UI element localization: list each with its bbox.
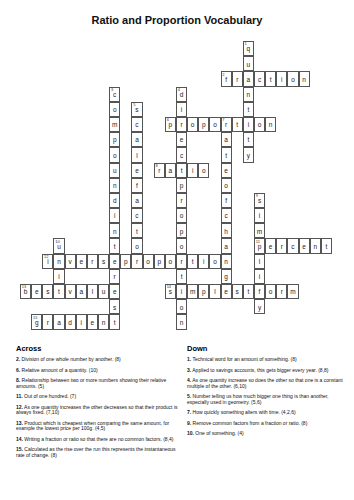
- cell-letter: r: [136, 259, 138, 266]
- grid-cell[interactable]: r: [176, 254, 187, 269]
- grid-cell[interactable]: t: [176, 163, 187, 178]
- clue-num: 10.: [187, 430, 194, 436]
- grid-cell[interactable]: d: [65, 314, 76, 329]
- grid-cell[interactable]: n: [98, 314, 109, 329]
- grid-cell[interactable]: i: [53, 269, 64, 284]
- cell-letter: o: [291, 77, 295, 84]
- grid-cell[interactable]: a: [221, 132, 232, 147]
- grid-cell[interactable]: i: [254, 269, 265, 284]
- grid-cell[interactable]: t: [176, 269, 187, 284]
- cell-letter: i: [259, 213, 260, 220]
- grid-cell[interactable]: 2f: [221, 71, 232, 86]
- cell-letter: d: [68, 320, 72, 327]
- grid-cell[interactable]: a: [221, 238, 232, 253]
- grid-cell[interactable]: r: [176, 193, 187, 208]
- cell-letter: s: [236, 289, 239, 296]
- cell-letter: i: [192, 168, 193, 175]
- grid-cell[interactable]: p: [176, 223, 187, 238]
- grid-cell[interactable]: 13b: [20, 284, 31, 299]
- clue-number-label: 4: [178, 88, 180, 92]
- grid-cell[interactable]: o: [176, 238, 187, 253]
- grid-cell[interactable]: o: [198, 163, 209, 178]
- cell-letter: o: [202, 168, 206, 175]
- clue-number-label: 13: [22, 285, 26, 289]
- grid-cell[interactable]: 9s: [254, 193, 265, 208]
- grid-cell[interactable]: p: [109, 132, 120, 147]
- grid-cell[interactable]: c: [176, 147, 187, 162]
- grid-cell[interactable]: l: [131, 147, 142, 162]
- clue-number-label: 8: [155, 164, 157, 168]
- cell-letter: o: [258, 122, 262, 129]
- grid-cell[interactable]: m: [109, 117, 120, 132]
- grid-cell[interactable]: o: [187, 117, 198, 132]
- cell-letter: e: [269, 244, 273, 251]
- clue-num: 9.: [187, 420, 191, 426]
- cell-letter: n: [180, 320, 184, 327]
- cell-letter: l: [92, 289, 93, 296]
- cell-letter: m: [290, 289, 295, 296]
- grid-cell[interactable]: r: [276, 238, 287, 253]
- cell-letter: u: [247, 62, 251, 69]
- clue-number-label: 7: [222, 118, 224, 122]
- cell-letter: t: [225, 153, 227, 160]
- grid-cell[interactable]: p: [120, 254, 131, 269]
- grid-cell[interactable]: 4d: [176, 87, 187, 102]
- page: { "game": "crossword", "title": "Ratio a…: [0, 0, 354, 500]
- grid-cell[interactable]: a: [76, 284, 87, 299]
- cell-letter: o: [113, 107, 117, 114]
- cell-letter: m: [112, 122, 117, 129]
- grid-cell[interactable]: o: [254, 117, 265, 132]
- cell-letter: c: [113, 92, 116, 99]
- across-header: Across: [16, 344, 178, 353]
- cell-letter: e: [135, 168, 139, 175]
- cell-letter: e: [79, 259, 83, 266]
- cell-letter: i: [259, 274, 260, 281]
- grid-cell[interactable]: v: [65, 284, 76, 299]
- cell-letter: o: [135, 244, 139, 251]
- cell-letter: u: [113, 168, 117, 175]
- across-clues: Across 2. Division of one whole number b…: [16, 344, 178, 463]
- grid-cell[interactable]: e: [221, 163, 232, 178]
- cell-letter: t: [192, 259, 194, 266]
- cell-letter: a: [135, 198, 139, 205]
- cell-letter: n: [57, 259, 61, 266]
- cell-letter: a: [224, 137, 228, 144]
- cell-letter: s: [135, 107, 138, 114]
- grid-cell[interactable]: p: [198, 284, 209, 299]
- cell-letter: r: [236, 77, 238, 84]
- cell-letter: v: [69, 289, 72, 296]
- grid-cell[interactable]: i: [276, 71, 287, 86]
- grid-cell[interactable]: c: [287, 238, 298, 253]
- cell-letter: i: [281, 77, 282, 84]
- grid-cell[interactable]: 5s: [131, 102, 142, 117]
- grid-cell[interactable]: 8r: [154, 163, 165, 178]
- clue-num: 2.: [16, 356, 20, 362]
- cell-letter: e: [302, 244, 306, 251]
- cell-letter: o: [213, 122, 217, 129]
- cell-letter: r: [180, 198, 182, 205]
- grid-cell[interactable]: t: [221, 147, 232, 162]
- grid-cell[interactable]: o: [109, 147, 120, 162]
- cell-letter: u: [57, 244, 61, 251]
- grid-cell[interactable]: f: [131, 178, 142, 193]
- grid-cell[interactable]: o: [176, 208, 187, 223]
- grid-cell[interactable]: n: [109, 178, 120, 193]
- grid-cell[interactable]: f: [254, 284, 265, 299]
- clue-number-label: 1: [245, 42, 247, 46]
- cell-letter: c: [258, 77, 261, 84]
- grid-cell[interactable]: n: [265, 117, 276, 132]
- grid-cell[interactable]: t: [131, 223, 142, 238]
- across-clue-list: 2. Division of one whole number by anoth…: [16, 357, 178, 458]
- grid-cell[interactable]: n: [176, 314, 187, 329]
- grid-cell[interactable]: o: [221, 178, 232, 193]
- grid-cell[interactable]: 1q: [243, 41, 254, 56]
- grid-cell[interactable]: s: [232, 284, 243, 299]
- clue-10: 10. One of something. (4): [187, 431, 347, 436]
- grid-cell[interactable]: o: [209, 117, 220, 132]
- grid-cell[interactable]: n: [53, 254, 64, 269]
- puzzle-title: Ratio and Proportion Vocabulary: [0, 14, 354, 26]
- cell-letter: r: [225, 122, 227, 129]
- cell-letter: p: [202, 122, 206, 129]
- grid-cell[interactable]: 6p: [165, 117, 176, 132]
- cell-letter: n: [113, 229, 117, 236]
- clue-13: 13. Product which is cheapest when compa…: [16, 421, 178, 432]
- grid-cell[interactable]: r: [42, 314, 53, 329]
- grid-cell[interactable]: 3c: [109, 87, 120, 102]
- grid-cell[interactable]: v: [65, 254, 76, 269]
- grid-cell[interactable]: a: [53, 314, 64, 329]
- clue-7: 7. How quickly something alters with tim…: [187, 410, 347, 415]
- cell-letter: r: [281, 244, 283, 251]
- cell-letter: s: [46, 289, 49, 296]
- grid-cell[interactable]: a: [165, 163, 176, 178]
- cell-letter: m: [190, 289, 195, 296]
- cell-letter: i: [203, 259, 204, 266]
- grid-cell[interactable]: y: [243, 147, 254, 162]
- cell-letter: i: [81, 320, 82, 327]
- cell-letter: l: [136, 153, 137, 160]
- grid-cell[interactable]: n: [221, 254, 232, 269]
- clue-number-label: 15: [33, 316, 37, 320]
- clue-3: 3. Applied to savings accounts, this get…: [187, 368, 347, 373]
- cell-letter: m: [257, 229, 262, 236]
- cell-letter: t: [247, 107, 249, 114]
- cell-letter: a: [57, 320, 61, 327]
- clue-15: 15. Calculated as the rise over the run …: [16, 447, 178, 458]
- grid-cell[interactable]: l: [209, 284, 220, 299]
- grid-cell[interactable]: n: [299, 71, 310, 86]
- grid-cell[interactable]: i: [76, 314, 87, 329]
- cell-letter: p: [202, 289, 206, 296]
- cell-letter: e: [113, 259, 117, 266]
- cell-letter: g: [35, 320, 39, 327]
- clue-6: 6. Relative amount of a quantity. (10): [16, 368, 178, 373]
- grid-cell[interactable]: t: [109, 238, 120, 253]
- grid-cell[interactable]: g: [221, 269, 232, 284]
- clue-num: 5.: [187, 393, 191, 399]
- grid-cell[interactable]: t: [243, 284, 254, 299]
- down-header: Down: [187, 344, 347, 353]
- grid-cell[interactable]: i: [198, 254, 209, 269]
- cell-letter: v: [69, 259, 72, 266]
- cell-letter: y: [247, 153, 250, 160]
- cell-letter: r: [281, 289, 283, 296]
- grid-cell[interactable]: l: [254, 254, 265, 269]
- grid-cell[interactable]: o: [265, 284, 276, 299]
- cell-letter: r: [158, 168, 160, 175]
- cell-letter: t: [247, 137, 249, 144]
- cell-letter: o: [180, 244, 184, 251]
- cell-letter: o: [146, 259, 150, 266]
- grid-cell[interactable]: t: [187, 254, 198, 269]
- grid-cell[interactable]: y: [254, 299, 265, 314]
- grid-cell[interactable]: o: [109, 102, 120, 117]
- clue-number-label: 12: [44, 255, 48, 259]
- grid-cell[interactable]: r: [87, 254, 98, 269]
- cell-letter: t: [181, 168, 183, 175]
- cell-letter: p: [157, 259, 161, 266]
- grid-cell[interactable]: e: [109, 284, 120, 299]
- clue-2: 2. Division of one whole number by anoth…: [16, 357, 178, 362]
- grid-cell[interactable]: c: [131, 117, 142, 132]
- cell-letter: f: [259, 289, 261, 296]
- grid-cell[interactable]: t: [232, 117, 243, 132]
- grid-cell[interactable]: e: [76, 254, 87, 269]
- cell-letter: s: [113, 305, 116, 312]
- grid-cell[interactable]: e: [131, 163, 142, 178]
- cell-letter: a: [135, 137, 139, 144]
- cell-letter: e: [224, 289, 228, 296]
- grid-cell[interactable]: s: [109, 299, 120, 314]
- clue-num: 12.: [16, 404, 23, 410]
- grid-cell[interactable]: r: [109, 269, 120, 284]
- cell-letter: t: [325, 244, 327, 251]
- cell-letter: a: [79, 289, 83, 296]
- cell-letter: e: [35, 289, 39, 296]
- grid-cell[interactable]: e: [299, 238, 310, 253]
- grid-cell[interactable]: a: [243, 71, 254, 86]
- grid-cell[interactable]: c: [254, 71, 265, 86]
- clue-11: 11. Out of one hundred. (7): [16, 394, 178, 399]
- cell-letter: p: [113, 137, 117, 144]
- grid-cell[interactable]: p: [198, 117, 209, 132]
- grid-cell[interactable]: 11p: [254, 238, 265, 253]
- grid-cell[interactable]: c: [221, 208, 232, 223]
- grid-cell[interactable]: a: [131, 132, 142, 147]
- cell-letter: t: [114, 244, 116, 251]
- cell-letter: c: [135, 122, 138, 129]
- grid-cell[interactable]: o: [165, 254, 176, 269]
- grid-cell[interactable]: r: [176, 117, 187, 132]
- grid-cell[interactable]: u: [243, 56, 254, 71]
- grid-cell[interactable]: t: [53, 284, 64, 299]
- cell-letter: e: [180, 137, 184, 144]
- grid-cell[interactable]: r: [276, 284, 287, 299]
- grid-cell[interactable]: m: [254, 223, 265, 238]
- cell-letter: d: [180, 92, 184, 99]
- grid-cell[interactable]: e: [265, 238, 276, 253]
- clue-number-label: 6: [167, 118, 169, 122]
- grid-cell[interactable]: u: [109, 163, 120, 178]
- cell-letter: t: [136, 229, 138, 236]
- cell-letter: n: [247, 92, 251, 99]
- grid-cell[interactable]: a: [131, 193, 142, 208]
- grid-cell[interactable]: 7r: [221, 117, 232, 132]
- grid-cell[interactable]: t: [265, 71, 276, 86]
- cell-letter: o: [180, 213, 184, 220]
- cell-letter: i: [47, 259, 48, 266]
- grid-cell[interactable]: s: [98, 254, 109, 269]
- cell-letter: f: [225, 77, 227, 84]
- grid-cell[interactable]: n: [109, 223, 120, 238]
- clue-4: 4. As one quantity increase so does the …: [187, 378, 347, 389]
- clue-5: 5. Number telling us how much bigger one…: [187, 394, 347, 405]
- grid-cell[interactable]: n: [243, 87, 254, 102]
- grid-cell[interactable]: e: [87, 314, 98, 329]
- cell-letter: y: [258, 305, 261, 312]
- cell-letter: t: [247, 289, 249, 296]
- grid-cell[interactable]: t: [243, 132, 254, 147]
- grid-cell[interactable]: u: [98, 284, 109, 299]
- cell-letter: o: [113, 153, 117, 160]
- grid-cell[interactable]: i: [187, 163, 198, 178]
- cell-letter: d: [113, 198, 117, 205]
- clue-number-label: 5: [133, 103, 135, 107]
- cell-letter: a: [224, 244, 228, 251]
- grid-cell[interactable]: i: [176, 102, 187, 117]
- cell-letter: l: [214, 289, 215, 296]
- down-clue-list: 1. Technical word for an amount of somet…: [187, 357, 347, 437]
- cell-letter: f: [225, 198, 227, 205]
- cell-letter: r: [180, 122, 182, 129]
- grid-cell[interactable]: c: [131, 208, 142, 223]
- cell-letter: p: [180, 183, 184, 190]
- grid-cell[interactable]: 12i: [42, 254, 53, 269]
- cell-letter: p: [124, 259, 128, 266]
- cell-letter: g: [224, 274, 228, 281]
- grid-cell[interactable]: e: [31, 284, 42, 299]
- grid-cell[interactable]: r: [131, 254, 142, 269]
- cell-letter: o: [191, 122, 195, 129]
- clue-number-label: 3: [111, 88, 113, 92]
- cell-letter: c: [135, 213, 138, 220]
- clue-number-label: 9: [256, 194, 258, 198]
- cell-letter: r: [47, 320, 49, 327]
- cell-letter: o: [180, 305, 184, 312]
- grid-cell[interactable]: o: [131, 238, 142, 253]
- clue-9: 9. Remove common factors from a fraction…: [187, 421, 347, 426]
- cell-letter: t: [270, 77, 272, 84]
- grid-cell[interactable]: o: [209, 254, 220, 269]
- down-clues: Down 1. Technical word for an amount of …: [187, 344, 347, 442]
- cell-letter: a: [247, 77, 251, 84]
- clue-number-label: 2: [222, 73, 224, 77]
- clue-1: 1. Technical word for an amount of somet…: [187, 357, 347, 362]
- clue-num: 6.: [16, 367, 20, 373]
- grid-cell[interactable]: t: [321, 238, 332, 253]
- grid-cell[interactable]: t: [109, 314, 120, 329]
- cell-letter: n: [224, 259, 228, 266]
- clue-num: 15.: [16, 446, 23, 452]
- grid-cell[interactable]: 15g: [31, 314, 42, 329]
- clue-num: 11.: [16, 393, 23, 399]
- clue-number-label: 14: [167, 285, 171, 289]
- grid-cell[interactable]: i: [243, 117, 254, 132]
- cell-letter: p: [258, 244, 262, 251]
- clue-14: 14. Writing a fraction or ratio so that …: [16, 437, 178, 442]
- cell-letter: i: [248, 122, 249, 129]
- clue-number-label: 10: [55, 240, 59, 244]
- cell-letter: o: [269, 289, 273, 296]
- grid-cell[interactable]: l: [87, 284, 98, 299]
- cell-letter: t: [236, 122, 238, 129]
- grid-cell[interactable]: m: [287, 284, 298, 299]
- cell-letter: r: [91, 259, 93, 266]
- cell-letter: o: [169, 259, 173, 266]
- grid-cell[interactable]: m: [187, 284, 198, 299]
- grid-cell[interactable]: o: [176, 299, 187, 314]
- grid-cell[interactable]: o: [143, 254, 154, 269]
- grid-cell[interactable]: i: [109, 208, 120, 223]
- grid-cell[interactable]: d: [109, 193, 120, 208]
- clue-num: 8.: [16, 377, 20, 383]
- cell-letter: t: [181, 274, 183, 281]
- grid-cell[interactable]: h: [221, 223, 232, 238]
- clue-num: 7.: [187, 409, 191, 415]
- cell-letter: r: [114, 274, 116, 281]
- crossword-grid: 1qu2fraction3c4dno5sitmc6propo7rtionpaea…: [20, 41, 332, 330]
- grid-cell[interactable]: 14s: [165, 284, 176, 299]
- cell-letter: c: [224, 213, 227, 220]
- cell-letter: s: [169, 289, 172, 296]
- cell-letter: u: [102, 289, 106, 296]
- grid-cell[interactable]: e: [176, 132, 187, 147]
- grid-cell[interactable]: 10u: [53, 238, 64, 253]
- cell-letter: i: [181, 289, 182, 296]
- grid-cell[interactable]: p: [176, 178, 187, 193]
- cell-letter: i: [114, 213, 115, 220]
- grid-cell[interactable]: s: [42, 284, 53, 299]
- grid-cell[interactable]: o: [287, 71, 298, 86]
- grid-cell[interactable]: n: [310, 238, 321, 253]
- cell-letter: t: [114, 320, 116, 327]
- cell-letter: b: [24, 289, 28, 296]
- cell-letter: n: [102, 320, 106, 327]
- grid-cell[interactable]: i: [176, 284, 187, 299]
- cell-letter: f: [136, 183, 138, 190]
- grid-cell[interactable]: f: [221, 193, 232, 208]
- cell-letter: q: [247, 46, 251, 53]
- cell-letter: c: [180, 153, 183, 160]
- grid-cell[interactable]: r: [232, 71, 243, 86]
- grid-cell[interactable]: p: [154, 254, 165, 269]
- clue-number-label: 11: [256, 240, 260, 244]
- grid-cell[interactable]: t: [243, 102, 254, 117]
- grid-cell[interactable]: i: [254, 208, 265, 223]
- cell-letter: i: [181, 107, 182, 114]
- cell-letter: e: [224, 168, 228, 175]
- cell-letter: s: [258, 198, 261, 205]
- grid-cell[interactable]: e: [109, 254, 120, 269]
- clue-num: 3.: [187, 367, 191, 373]
- cell-letter: r: [180, 259, 182, 266]
- clue-num: 4.: [187, 377, 191, 383]
- grid-cell[interactable]: e: [221, 284, 232, 299]
